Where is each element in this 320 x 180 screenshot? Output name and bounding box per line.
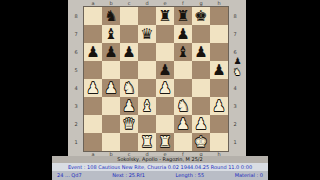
piece-black-rook: ♜ — [174, 7, 192, 25]
square-h6 — [210, 43, 228, 61]
square-a1 — [84, 133, 102, 151]
file-label-b: b — [102, 0, 120, 7]
square-g3 — [192, 97, 210, 115]
square-h4 — [210, 79, 228, 97]
letterbox-right — [246, 0, 320, 180]
piece-black-pawn: ♟ — [192, 43, 210, 61]
rank-label-1: 1 — [68, 133, 84, 151]
square-d7: ♛ — [138, 25, 156, 43]
rank-label-3: 3 — [228, 97, 242, 115]
piece-white-pawn: ♟ — [84, 79, 102, 97]
square-c4: ♞ — [120, 79, 138, 97]
players-line: Sokolsky, Apollo - Ragozin, M 25/2 — [52, 156, 268, 163]
square-e8: ♜ — [156, 7, 174, 25]
material-label: Material : 0 — [235, 171, 263, 180]
file-label-h: h — [210, 0, 228, 7]
square-f4 — [174, 79, 192, 97]
square-b8: ♞ — [102, 7, 120, 25]
square-a2 — [84, 115, 102, 133]
square-g8: ♚ — [192, 7, 210, 25]
next-move-label: Next : 25.Rf1 — [112, 171, 145, 180]
file-label-e: e — [156, 0, 174, 7]
piece-white-pawn: ♟ — [192, 115, 210, 133]
piece-white-bishop: ♝ — [138, 97, 156, 115]
piece-white-king: ♚ — [192, 133, 210, 151]
rank-label-7: 7 — [228, 25, 242, 43]
piece-black-pawn: ♟ — [174, 25, 192, 43]
square-a8 — [84, 7, 102, 25]
move-status-line: 24 ... Qd7 Next : 25.Rf1 Length : 55 Mat… — [52, 171, 268, 180]
square-h5: ♟ — [210, 61, 228, 79]
rank-label-2: 2 — [228, 115, 242, 133]
rank-label-7: 7 — [68, 25, 84, 43]
last-move-label: 24 ... Qd7 — [57, 171, 82, 180]
file-label-c: c — [120, 0, 138, 7]
square-g7 — [192, 25, 210, 43]
rank-label-5: 5 — [68, 61, 84, 79]
square-d1: ♜ — [138, 133, 156, 151]
rank-label-8: 8 — [68, 7, 84, 25]
rank-label-4: 4 — [68, 79, 84, 97]
square-b4: ♟ — [102, 79, 120, 97]
piece-black-pawn: ♟ — [84, 43, 102, 61]
letterbox-left — [0, 0, 68, 180]
piece-white-pawn: ♟ — [102, 79, 120, 97]
piece-black-rook: ♜ — [156, 7, 174, 25]
piece-white-knight: ♞ — [120, 79, 138, 97]
piece-white-pawn: ♟ — [156, 79, 174, 97]
piece-white-rook: ♜ — [138, 133, 156, 151]
square-b1 — [102, 133, 120, 151]
side-indicator: ♟ ♞ — [231, 56, 244, 77]
caption-band: Sokolsky, Apollo - Ragozin, M 25/2 Event… — [52, 156, 268, 180]
square-g5 — [192, 61, 210, 79]
piece-black-knight: ♞ — [102, 7, 120, 25]
piece-black-bishop: ♝ — [174, 43, 192, 61]
game-length-label: Length : 55 — [176, 171, 204, 180]
square-h1 — [210, 133, 228, 151]
square-h8 — [210, 7, 228, 25]
square-g6: ♟ — [192, 43, 210, 61]
square-d5 — [138, 61, 156, 79]
piece-white-knight: ♞ — [174, 97, 192, 115]
square-g2: ♟ — [192, 115, 210, 133]
file-labels-top: abcdefgh — [84, 0, 228, 7]
square-e3 — [156, 97, 174, 115]
square-d4 — [138, 79, 156, 97]
rank-label-8: 8 — [228, 7, 242, 25]
square-g1: ♚ — [192, 133, 210, 151]
square-d6 — [138, 43, 156, 61]
square-b6: ♟ — [102, 43, 120, 61]
square-f6: ♝ — [174, 43, 192, 61]
square-f3: ♞ — [174, 97, 192, 115]
file-label-g: g — [192, 0, 210, 7]
piece-black-pawn: ♟ — [102, 43, 120, 61]
rank-labels-right: 87654321 — [228, 7, 242, 151]
piece-white-rook: ♜ — [156, 133, 174, 151]
rank-label-2: 2 — [68, 115, 84, 133]
piece-white-pawn: ♟ — [174, 115, 192, 133]
square-f1 — [174, 133, 192, 151]
piece-black-pawn: ♟ — [210, 61, 228, 79]
piece-black-queen: ♛ — [138, 25, 156, 43]
square-b3 — [102, 97, 120, 115]
square-e4: ♟ — [156, 79, 174, 97]
square-c3: ♟ — [120, 97, 138, 115]
square-b2 — [102, 115, 120, 133]
square-c5 — [120, 61, 138, 79]
square-b7: ♝ — [102, 25, 120, 43]
square-f2: ♟ — [174, 115, 192, 133]
rank-label-6: 6 — [68, 43, 84, 61]
square-h7 — [210, 25, 228, 43]
square-c6: ♟ — [120, 43, 138, 61]
white-knight-icon: ♞ — [233, 67, 241, 77]
square-h3: ♟ — [210, 97, 228, 115]
piece-black-pawn: ♟ — [156, 61, 174, 79]
chess-board: ♞♜♜♚♝♛♟♟♟♟♝♟♟♟♟♟♞♟♟♝♞♟♛♟♟♜♜♚ — [84, 7, 228, 151]
square-h2 — [210, 115, 228, 133]
board-panel: abcdefgh 87654321 ♞♜♜♚♝♛♟♟♟♟♝♟♟♟♟♟♞♟♟♝♞♟… — [68, 0, 246, 158]
piece-white-queen: ♛ — [120, 115, 138, 133]
piece-white-pawn: ♟ — [120, 97, 138, 115]
square-c7 — [120, 25, 138, 43]
file-label-a: a — [84, 0, 102, 7]
square-f7: ♟ — [174, 25, 192, 43]
square-e6 — [156, 43, 174, 61]
square-a4: ♟ — [84, 79, 102, 97]
square-e1: ♜ — [156, 133, 174, 151]
black-pawn-icon: ♟ — [233, 56, 241, 66]
square-c2: ♛ — [120, 115, 138, 133]
piece-black-pawn: ♟ — [120, 43, 138, 61]
square-a6: ♟ — [84, 43, 102, 61]
square-d2 — [138, 115, 156, 133]
piece-black-king: ♚ — [192, 7, 210, 25]
square-g4 — [192, 79, 210, 97]
square-a5 — [84, 61, 102, 79]
square-f8: ♜ — [174, 7, 192, 25]
rank-label-1: 1 — [228, 133, 242, 151]
app-root: { "game": "chess", "position": { "fen": … — [0, 0, 320, 180]
rank-labels-left: 87654321 — [68, 7, 84, 151]
square-a3 — [84, 97, 102, 115]
piece-white-pawn: ♟ — [210, 97, 228, 115]
event-line: Event : 108 Cautious New Rite, Chusria 0… — [52, 163, 268, 171]
rank-label-4: 4 — [228, 79, 242, 97]
file-label-d: d — [138, 0, 156, 7]
square-e2 — [156, 115, 174, 133]
square-c1 — [120, 133, 138, 151]
file-label-f: f — [174, 0, 192, 7]
square-b5 — [102, 61, 120, 79]
square-c8 — [120, 7, 138, 25]
square-d8 — [138, 7, 156, 25]
square-e5: ♟ — [156, 61, 174, 79]
piece-black-bishop: ♝ — [102, 25, 120, 43]
square-d3: ♝ — [138, 97, 156, 115]
square-e7 — [156, 25, 174, 43]
square-f5 — [174, 61, 192, 79]
square-a7 — [84, 25, 102, 43]
rank-label-3: 3 — [68, 97, 84, 115]
